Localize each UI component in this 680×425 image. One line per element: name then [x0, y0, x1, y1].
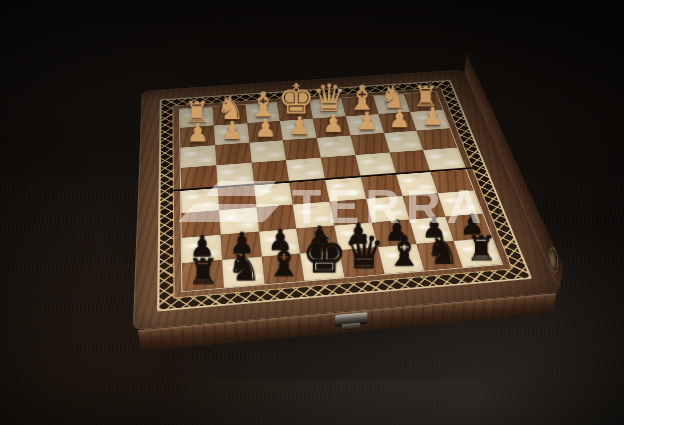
square: ♟	[313, 116, 350, 137]
front-latch	[335, 312, 367, 325]
square	[350, 133, 389, 155]
square: ♟	[410, 110, 449, 131]
board-scene: ♜♞♝♚♛♝♞♜♟♟♟♟♟♟♟♟♟♟♟♟♟♟♟♟♜♞♝♚♛♝♞♜	[140, 0, 510, 364]
black-rook: ♜	[466, 233, 497, 265]
white-pawn: ♟	[389, 108, 411, 130]
white-pawn: ♟	[186, 122, 208, 145]
black-rook: ♜	[187, 255, 219, 287]
white-pawn: ♟	[255, 117, 277, 140]
square: ♟	[378, 112, 417, 133]
square	[395, 171, 437, 196]
square: ♜	[182, 260, 223, 291]
square: ♞	[416, 241, 463, 271]
square: ♜	[454, 238, 502, 267]
walnut-inner-border: ♜♞♝♚♛♝♞♜♟♟♟♟♟♟♟♟♟♟♟♟♟♟♟♟♜♞♝♚♛♝♞♜	[173, 88, 513, 299]
square: ♟	[214, 123, 249, 145]
square: ♝	[261, 254, 304, 284]
square: ♟	[280, 119, 317, 141]
white-pawn: ♟	[322, 113, 344, 136]
square	[417, 128, 457, 150]
square: ♟	[180, 125, 215, 147]
diamond-inlay-border: ♜♞♝♚♛♝♞♜♟♟♟♟♟♟♟♟♟♟♟♟♟♟♟♟♜♞♝♚♛♝♞♜	[157, 80, 532, 311]
field-frame: ♜♞♝♚♛♝♞♜♟♟♟♟♟♟♟♟♟♟♟♟♟♟♟♟♜♞♝♚♛♝♞♜	[179, 91, 503, 292]
board-tilt: ♜♞♝♚♛♝♞♜♟♟♟♟♟♟♟♟♟♟♟♟♟♟♟♟♜♞♝♚♛♝♞♜	[133, 70, 561, 331]
black-king: ♚	[302, 231, 347, 278]
playing-field: ♜♞♝♚♛♝♞♜♟♟♟♟♟♟♟♟♟♟♟♟♟♟♟♟♜♞♝♚♛♝♞♜	[180, 92, 502, 291]
square	[249, 140, 286, 163]
square	[217, 184, 256, 210]
white-pawn: ♟	[422, 106, 444, 128]
black-knight: ♞	[426, 233, 460, 268]
black-knight: ♞	[227, 249, 262, 284]
square: ♟	[346, 114, 384, 135]
white-pawn: ♟	[221, 120, 243, 143]
square	[180, 145, 216, 168]
square	[289, 179, 329, 204]
black-queen: ♛	[344, 232, 385, 274]
square	[181, 187, 219, 213]
square: ♞	[222, 257, 264, 288]
square	[430, 168, 473, 193]
square	[254, 182, 293, 208]
product-photo: ♜♞♝♚♛♝♞♜♟♟♟♟♟♟♟♟♟♟♟♟♟♟♟♟♜♞♝♚♛♝♞♜ TERRA	[0, 0, 624, 425]
canvas: { "game": "chess", "scene": { "descripti…	[0, 0, 680, 425]
white-pawn: ♟	[289, 115, 311, 138]
square	[317, 135, 355, 158]
square	[215, 142, 251, 165]
black-bishop: ♝	[266, 242, 304, 280]
square	[283, 138, 321, 161]
square: ♚	[300, 251, 344, 281]
white-pawn: ♟	[356, 110, 378, 132]
square	[325, 176, 366, 201]
square: ♟	[247, 121, 283, 143]
black-bishop: ♝	[385, 233, 422, 271]
chess-board: ♜♞♝♚♛♝♞♜♟♟♟♟♟♟♟♟♟♟♟♟♟♟♟♟♜♞♝♚♛♝♞♜	[133, 70, 561, 331]
